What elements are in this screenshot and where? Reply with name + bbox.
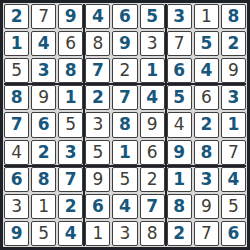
- cell-r6c5[interactable]: 1: [112, 140, 137, 165]
- cell-r6c7[interactable]: 9: [167, 140, 192, 165]
- cell-r4c2[interactable]: 9: [31, 85, 56, 110]
- cell-r9c1[interactable]: 9: [4, 221, 29, 246]
- cell-r5c6[interactable]: 9: [140, 112, 165, 137]
- cell-r4c8[interactable]: 6: [194, 85, 219, 110]
- cell-r2c3[interactable]: 6: [58, 31, 83, 56]
- cell-r7c9[interactable]: 4: [221, 167, 246, 192]
- cell-r9c3[interactable]: 4: [58, 221, 83, 246]
- cell-r4c1[interactable]: 8: [4, 85, 29, 110]
- cell-r4c9[interactable]: 3: [221, 85, 246, 110]
- cell-r5c1[interactable]: 7: [4, 112, 29, 137]
- cell-r2c9[interactable]: 2: [221, 31, 246, 56]
- cell-r8c4[interactable]: 6: [85, 194, 110, 219]
- cell-r9c2[interactable]: 5: [31, 221, 56, 246]
- cell-r5c7[interactable]: 4: [167, 112, 192, 137]
- cell-r1c1[interactable]: 2: [4, 4, 29, 29]
- cell-r8c1[interactable]: 3: [4, 194, 29, 219]
- cell-r4c5[interactable]: 7: [112, 85, 137, 110]
- cell-r8c6[interactable]: 7: [140, 194, 165, 219]
- box-6: 687312954: [4, 167, 83, 246]
- cell-r1c9[interactable]: 8: [221, 4, 246, 29]
- cell-r1c5[interactable]: 6: [112, 4, 137, 29]
- cell-r1c4[interactable]: 4: [85, 4, 110, 29]
- cell-r3c7[interactable]: 6: [167, 58, 192, 83]
- box-8: 134895276: [167, 167, 246, 246]
- cell-r3c8[interactable]: 4: [194, 58, 219, 83]
- box-1: 465893721: [85, 4, 164, 83]
- cell-r2c8[interactable]: 5: [194, 31, 219, 56]
- cell-r4c4[interactable]: 2: [85, 85, 110, 110]
- cell-r2c4[interactable]: 8: [85, 31, 110, 56]
- cell-r8c3[interactable]: 2: [58, 194, 83, 219]
- cell-r6c4[interactable]: 5: [85, 140, 110, 165]
- cell-r7c1[interactable]: 6: [4, 167, 29, 192]
- cell-r5c9[interactable]: 1: [221, 112, 246, 137]
- cell-r9c7[interactable]: 2: [167, 221, 192, 246]
- cell-r3c4[interactable]: 7: [85, 58, 110, 83]
- cell-r5c5[interactable]: 8: [112, 112, 137, 137]
- cell-r2c2[interactable]: 4: [31, 31, 56, 56]
- cell-r1c8[interactable]: 1: [194, 4, 219, 29]
- cell-r9c5[interactable]: 3: [112, 221, 137, 246]
- cell-r7c5[interactable]: 5: [112, 167, 137, 192]
- sudoku-boxes: 279146538 465893721 318752649 891765423 …: [4, 4, 246, 246]
- box-2: 318752649: [167, 4, 246, 83]
- cell-r4c6[interactable]: 4: [140, 85, 165, 110]
- cell-r3c5[interactable]: 2: [112, 58, 137, 83]
- cell-r5c2[interactable]: 6: [31, 112, 56, 137]
- cell-r9c6[interactable]: 8: [140, 221, 165, 246]
- box-3: 891765423: [4, 85, 83, 164]
- cell-r8c8[interactable]: 9: [194, 194, 219, 219]
- box-5: 563421987: [167, 85, 246, 164]
- cell-r3c2[interactable]: 3: [31, 58, 56, 83]
- sudoku-board: 279146538 465893721 318752649 891765423 …: [0, 0, 250, 250]
- cell-r6c8[interactable]: 8: [194, 140, 219, 165]
- cell-r6c9[interactable]: 7: [221, 140, 246, 165]
- box-4: 274389516: [85, 85, 164, 164]
- cell-r6c3[interactable]: 3: [58, 140, 83, 165]
- cell-r8c5[interactable]: 4: [112, 194, 137, 219]
- cell-r6c6[interactable]: 6: [140, 140, 165, 165]
- cell-r8c7[interactable]: 8: [167, 194, 192, 219]
- cell-r5c8[interactable]: 2: [194, 112, 219, 137]
- cell-r9c9[interactable]: 6: [221, 221, 246, 246]
- cell-r1c7[interactable]: 3: [167, 4, 192, 29]
- cell-r3c6[interactable]: 1: [140, 58, 165, 83]
- cell-r2c7[interactable]: 7: [167, 31, 192, 56]
- cell-r1c6[interactable]: 5: [140, 4, 165, 29]
- cell-r8c9[interactable]: 5: [221, 194, 246, 219]
- cell-r3c1[interactable]: 5: [4, 58, 29, 83]
- cell-r7c3[interactable]: 7: [58, 167, 83, 192]
- cell-r9c4[interactable]: 1: [85, 221, 110, 246]
- cell-r5c4[interactable]: 3: [85, 112, 110, 137]
- box-7: 952647138: [85, 167, 164, 246]
- cell-r3c9[interactable]: 9: [221, 58, 246, 83]
- cell-r3c3[interactable]: 8: [58, 58, 83, 83]
- cell-r8c2[interactable]: 1: [31, 194, 56, 219]
- cell-r2c6[interactable]: 3: [140, 31, 165, 56]
- cell-r1c3[interactable]: 9: [58, 4, 83, 29]
- cell-r6c1[interactable]: 4: [4, 140, 29, 165]
- cell-r4c3[interactable]: 1: [58, 85, 83, 110]
- cell-r7c4[interactable]: 9: [85, 167, 110, 192]
- cell-r7c8[interactable]: 3: [194, 167, 219, 192]
- cell-r7c2[interactable]: 8: [31, 167, 56, 192]
- cell-r9c8[interactable]: 7: [194, 221, 219, 246]
- cell-r4c7[interactable]: 5: [167, 85, 192, 110]
- cell-r2c1[interactable]: 1: [4, 31, 29, 56]
- cell-r7c6[interactable]: 2: [140, 167, 165, 192]
- cell-r7c7[interactable]: 1: [167, 167, 192, 192]
- cell-r1c2[interactable]: 7: [31, 4, 56, 29]
- cell-r2c5[interactable]: 9: [112, 31, 137, 56]
- cell-r5c3[interactable]: 5: [58, 112, 83, 137]
- cell-r6c2[interactable]: 2: [31, 140, 56, 165]
- box-0: 279146538: [4, 4, 83, 83]
